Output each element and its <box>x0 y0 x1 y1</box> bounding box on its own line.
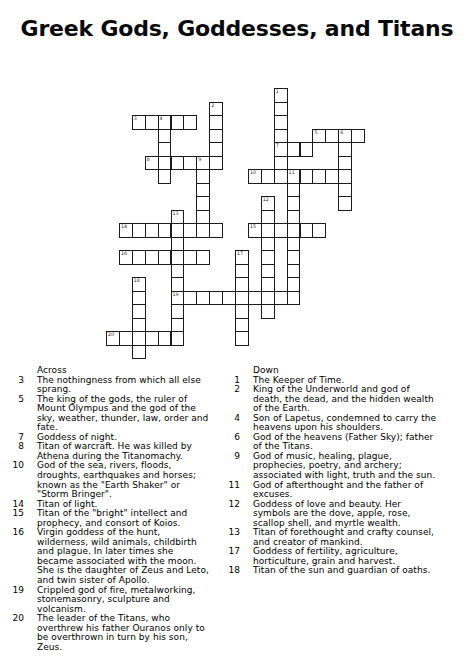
grid-cell[interactable] <box>196 291 210 306</box>
clue-text: God of the heavens (Father Sky); father … <box>253 433 439 452</box>
grid-cell[interactable] <box>222 291 236 306</box>
clue-text: God of afterthought and the father of ex… <box>253 481 439 500</box>
cell-number: 19 <box>173 292 179 297</box>
grid-cell[interactable] <box>274 115 288 130</box>
clue-number: 17 <box>224 547 240 557</box>
clue-item: 6God of the heavens (Father Sky); father… <box>224 433 474 452</box>
clue-item: 13Titan of forethought and crafty counse… <box>224 528 474 547</box>
clue-text: Goddess of love and beauty. Her symbols … <box>253 500 439 529</box>
grid-cell[interactable]: 8 <box>145 156 159 171</box>
clue-text: The leader of the Titans, who overthrew … <box>37 614 209 652</box>
grid-cell[interactable] <box>338 183 352 198</box>
grid-cell[interactable] <box>132 250 146 265</box>
grid-cell[interactable] <box>171 115 185 130</box>
grid-cell[interactable] <box>312 169 326 184</box>
clue-text: Titan of warcraft. He was killed by Athe… <box>37 442 209 461</box>
cell-number: 13 <box>173 211 179 216</box>
clue-number: 12 <box>224 500 240 510</box>
grid-cell[interactable] <box>287 223 301 238</box>
cell-number: 2 <box>211 103 214 108</box>
clue-item: 20The leader of the Titans, who overthre… <box>0 614 224 652</box>
clue-text: Son of Lapetus, condemned to carry the h… <box>253 414 439 433</box>
clue-number: 20 <box>0 614 24 624</box>
clue-number: 16 <box>0 528 24 538</box>
grid-cell[interactable] <box>312 223 326 238</box>
grid-cell[interactable] <box>235 291 249 306</box>
grid-cell[interactable] <box>287 237 301 252</box>
grid-cell[interactable] <box>261 291 275 306</box>
grid-cell[interactable] <box>248 291 262 306</box>
grid-cell[interactable] <box>351 129 365 144</box>
cell-number: 12 <box>263 197 269 202</box>
cell-number: 9 <box>198 157 201 162</box>
grid-cell[interactable] <box>300 169 314 184</box>
crossword-grid: 1234567891011121314151617181920 <box>106 88 366 360</box>
grid-cell[interactable] <box>287 250 301 265</box>
grid-cell[interactable] <box>287 183 301 198</box>
grid-cell[interactable] <box>196 196 210 211</box>
clue-item: 8Titan of warcraft. He was killed by Ath… <box>0 442 224 461</box>
grid-cell[interactable] <box>158 331 172 346</box>
grid-cell[interactable] <box>158 169 172 184</box>
grid-cell[interactable] <box>196 183 210 198</box>
grid-cell[interactable] <box>171 237 185 252</box>
grid-cell[interactable] <box>287 210 301 225</box>
clue-text: God of music, healing, plague, prophecie… <box>253 452 439 481</box>
cell-number: 3 <box>134 116 137 121</box>
grid-cell[interactable]: 9 <box>196 156 210 171</box>
clue-number: 19 <box>0 586 24 596</box>
clue-text: Titan of the "bright" intellect and prop… <box>37 509 209 528</box>
grid-cell[interactable] <box>261 169 275 184</box>
grid-cell[interactable] <box>274 156 288 171</box>
grid-cell[interactable] <box>287 196 301 211</box>
grid-cell[interactable] <box>235 318 249 333</box>
grid-cell[interactable]: 5 <box>312 129 326 144</box>
clue-number: 6 <box>224 433 240 443</box>
cell-number: 18 <box>134 278 140 283</box>
grid-cell[interactable] <box>183 250 197 265</box>
grid-cell[interactable] <box>287 291 301 306</box>
grid-cell[interactable] <box>158 129 172 144</box>
grid-cell[interactable] <box>300 223 314 238</box>
grid-cell[interactable] <box>325 129 339 144</box>
grid-cell[interactable] <box>132 318 146 333</box>
grid-cell[interactable] <box>261 210 275 225</box>
clue-text: Titan of the sun and guardian of oaths. <box>253 566 439 576</box>
clue-text: Goddess of fertility, agriculture, horti… <box>253 547 439 566</box>
cell-number: 16 <box>121 251 127 256</box>
grid-cell[interactable] <box>158 223 172 238</box>
clue-item: 5The king of the gods, the ruler of Moun… <box>0 395 224 433</box>
down-clues: Down 1The Keeper of Time.2King of the Un… <box>224 366 474 576</box>
cell-number: 4 <box>160 116 163 121</box>
clue-number: 2 <box>224 385 240 395</box>
clue-text: The nothingness from which all else spra… <box>37 376 209 395</box>
grid-cell[interactable] <box>132 223 146 238</box>
grid-cell[interactable] <box>287 264 301 279</box>
clue-item: 10God of the sea, rivers, floods, drough… <box>0 461 224 499</box>
grid-cell[interactable] <box>209 223 223 238</box>
clue-number: 8 <box>0 442 24 452</box>
grid-cell[interactable]: 15 <box>248 223 262 238</box>
grid-cell[interactable] <box>171 156 185 171</box>
grid-cell[interactable] <box>261 250 275 265</box>
grid-cell[interactable] <box>171 223 185 238</box>
down-list: 1The Keeper of Time.2King of the Underwo… <box>224 376 474 576</box>
grid-cell[interactable] <box>287 277 301 292</box>
clue-item: 18Titan of the sun and guardian of oaths… <box>224 566 474 576</box>
grid-cell[interactable] <box>274 223 288 238</box>
grid-cell[interactable] <box>261 304 275 319</box>
clue-number: 18 <box>224 566 240 576</box>
grid-cell[interactable] <box>145 331 159 346</box>
clue-text: King of the Underworld and god of death,… <box>253 385 439 414</box>
clue-item: 2King of the Underworld and god of death… <box>224 385 474 414</box>
clue-item: 16Virgin goddess of the hunt, wilderness… <box>0 528 224 585</box>
grid-cell[interactable] <box>235 304 249 319</box>
grid-cell[interactable] <box>209 142 223 157</box>
grid-cell[interactable]: 13 <box>171 210 185 225</box>
grid-cell[interactable] <box>145 115 159 130</box>
grid-cell[interactable] <box>132 345 146 360</box>
grid-cell[interactable] <box>158 142 172 157</box>
clue-number: 13 <box>224 528 240 538</box>
cell-number: 17 <box>237 251 243 256</box>
grid-cell[interactable] <box>158 156 172 171</box>
grid-cell[interactable]: 7 <box>274 142 288 157</box>
cell-number: 6 <box>340 130 343 135</box>
grid-cell[interactable] <box>209 156 223 171</box>
grid-cell[interactable] <box>196 223 210 238</box>
grid-cell[interactable] <box>132 304 146 319</box>
grid-cell[interactable] <box>171 331 185 346</box>
grid-cell[interactable] <box>300 142 314 157</box>
grid-cell[interactable] <box>209 291 223 306</box>
grid-cell[interactable] <box>261 277 275 292</box>
grid-cell[interactable] <box>274 291 288 306</box>
grid-cell[interactable] <box>325 169 339 184</box>
clue-item: 15Titan of the "bright" intellect and pr… <box>0 509 224 528</box>
grid-cell[interactable] <box>183 223 197 238</box>
clue-text: Crippled god of fire, metalworking, ston… <box>37 586 209 615</box>
cell-number: 14 <box>121 224 127 229</box>
grid-cell[interactable] <box>171 264 185 279</box>
grid-cell[interactable] <box>183 156 197 171</box>
grid-cell[interactable]: 3 <box>132 115 146 130</box>
clue-text: The king of the gods, the ruler of Mount… <box>37 395 209 433</box>
across-clues: Across 3The nothingness from which all e… <box>0 366 224 652</box>
cell-number: 5 <box>314 130 317 135</box>
clue-number: 5 <box>0 395 24 405</box>
grid-cell[interactable]: 11 <box>287 169 301 184</box>
grid-cell[interactable] <box>132 291 146 306</box>
clue-item: 9God of music, healing, plague, propheci… <box>224 452 474 481</box>
grid-cell[interactable] <box>183 291 197 306</box>
grid-cell[interactable]: 2 <box>209 102 223 117</box>
grid-cell[interactable] <box>209 115 223 130</box>
clue-item: 12Goddess of love and beauty. Her symbol… <box>224 500 474 529</box>
grid-cell[interactable] <box>235 264 249 279</box>
clue-text: Virgin goddess of the hunt, wilderness, … <box>37 528 209 585</box>
grid-cell[interactable]: 12 <box>261 196 275 211</box>
grid-cell[interactable] <box>338 196 352 211</box>
clue-number: 9 <box>224 452 240 462</box>
clue-item: 3The nothingness from which all else spr… <box>0 376 224 395</box>
grid-cell[interactable] <box>145 223 159 238</box>
grid-cell[interactable]: 19 <box>171 291 185 306</box>
grid-cell[interactable] <box>171 304 185 319</box>
cell-number: 8 <box>147 157 150 162</box>
clue-number: 3 <box>0 376 24 386</box>
grid-cell[interactable] <box>132 331 146 346</box>
clue-number: 10 <box>0 461 24 471</box>
grid-cell[interactable] <box>196 210 210 225</box>
cell-number: 20 <box>108 332 114 337</box>
grid-cell[interactable] <box>261 264 275 279</box>
grid-cell[interactable] <box>196 250 210 265</box>
grid-cell[interactable]: 17 <box>235 250 249 265</box>
cell-number: 1 <box>276 89 279 94</box>
clue-item: 17Goddess of fertility, agriculture, hor… <box>224 547 474 566</box>
grid-cell[interactable] <box>171 277 185 292</box>
grid-cell[interactable] <box>274 129 288 144</box>
grid-cell[interactable]: 6 <box>338 129 352 144</box>
grid-cell[interactable] <box>209 129 223 144</box>
grid-cell[interactable] <box>158 250 172 265</box>
grid-cell[interactable] <box>145 250 159 265</box>
grid-cell[interactable] <box>261 223 275 238</box>
clue-item: 11God of afterthought and the father of … <box>224 481 474 500</box>
grid-cell[interactable]: 20 <box>106 331 120 346</box>
grid-cell[interactable] <box>338 169 352 184</box>
grid-cell[interactable] <box>119 331 133 346</box>
grid-cell[interactable] <box>235 331 249 346</box>
grid-cell[interactable]: 10 <box>248 169 262 184</box>
grid-cell[interactable] <box>274 169 288 184</box>
cell-number: 15 <box>250 224 256 229</box>
grid-cell[interactable] <box>171 318 185 333</box>
grid-cell[interactable] <box>274 102 288 117</box>
grid-cell[interactable] <box>338 142 352 157</box>
clue-number: 11 <box>224 481 240 491</box>
grid-cell[interactable]: 4 <box>158 115 172 130</box>
grid-cell[interactable] <box>196 169 210 184</box>
grid-cell[interactable]: 1 <box>274 88 288 103</box>
grid-cell[interactable] <box>338 156 352 171</box>
page-title: Greek Gods, Goddesses, and Titans <box>0 16 474 41</box>
clue-number: 15 <box>0 509 24 519</box>
grid-cell[interactable] <box>183 115 197 130</box>
cell-number: 10 <box>250 170 256 175</box>
cell-number: 7 <box>276 143 279 148</box>
grid-cell[interactable]: 14 <box>119 223 133 238</box>
grid-cell[interactable] <box>261 237 275 252</box>
clue-text: Titan of forethought and crafty counsel,… <box>253 528 439 547</box>
grid-cell[interactable] <box>287 142 301 157</box>
grid-cell[interactable]: 18 <box>132 277 146 292</box>
grid-cell[interactable] <box>171 250 185 265</box>
grid-cell[interactable] <box>235 277 249 292</box>
clue-item: 4Son of Lapetus, condemned to carry the … <box>224 414 474 433</box>
clue-item: 19Crippled god of fire, metalworking, st… <box>0 586 224 615</box>
cell-number: 11 <box>289 170 295 175</box>
clue-number: 4 <box>224 414 240 424</box>
grid-cell[interactable]: 16 <box>119 250 133 265</box>
across-list: 3The nothingness from which all else spr… <box>0 376 224 653</box>
clue-text: God of the sea, rivers, floods, droughts… <box>37 461 209 499</box>
